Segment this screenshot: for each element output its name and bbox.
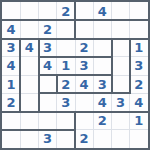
cell-r5c7[interactable] (112, 75, 130, 93)
cell-r6c6[interactable]: 4 (93, 93, 111, 111)
cell-r1c6[interactable]: 4 (93, 2, 111, 20)
cell-r4c1[interactable]: 4 (2, 57, 20, 75)
cell-r5c6[interactable]: 3 (93, 75, 111, 93)
cell-r2c6[interactable] (93, 20, 111, 38)
cell-r1c2[interactable] (20, 2, 38, 20)
cell-r2c8[interactable] (130, 20, 148, 38)
cell-r5c2[interactable] (20, 75, 38, 93)
cell-r6c7[interactable]: 3 (112, 93, 130, 111)
cell-r8c7[interactable] (112, 130, 130, 148)
cell-r4c8[interactable]: 3 (130, 57, 148, 75)
cell-r4c7[interactable] (112, 57, 130, 75)
cell-r2c2[interactable] (20, 20, 38, 38)
cell-r5c8[interactable]: 2 (130, 75, 148, 93)
cell-r8c5[interactable]: 2 (75, 130, 93, 148)
cell-r2c7[interactable] (112, 20, 130, 38)
cell-r6c8[interactable]: 4 (130, 93, 148, 111)
cell-r7c3[interactable] (39, 112, 57, 130)
cell-r4c6[interactable] (93, 57, 111, 75)
cell-r7c2[interactable] (20, 112, 38, 130)
cell-r3c4[interactable] (57, 39, 75, 57)
cell-r7c1[interactable] (2, 112, 20, 130)
cell-r6c5[interactable] (75, 93, 93, 111)
cell-r7c7[interactable] (112, 112, 130, 130)
cell-r7c4[interactable] (57, 112, 75, 130)
cell-r8c1[interactable] (2, 130, 20, 148)
cell-r7c5[interactable] (75, 112, 93, 130)
cell-r1c3[interactable] (39, 2, 57, 20)
cell-r8c3[interactable]: 3 (39, 130, 57, 148)
cell-r7c8[interactable]: 1 (130, 112, 148, 130)
cell-r5c4[interactable]: 2 (57, 75, 75, 93)
cell-r5c5[interactable]: 4 (75, 75, 93, 93)
cell-r6c3[interactable] (39, 93, 57, 111)
cell-r2c1[interactable]: 4 (2, 20, 20, 38)
cell-r1c1[interactable] (2, 2, 20, 20)
puzzle-screenshot: 2442343214413312432234342132 (0, 0, 150, 150)
cell-r3c8[interactable]: 1 (130, 39, 148, 57)
cell-r1c4[interactable]: 2 (57, 2, 75, 20)
cell-r6c4[interactable]: 3 (57, 93, 75, 111)
cell-r1c8[interactable] (130, 2, 148, 20)
cell-r8c4[interactable] (57, 130, 75, 148)
cell-r6c1[interactable]: 2 (2, 93, 20, 111)
cell-r5c1[interactable]: 1 (2, 75, 20, 93)
cell-r8c6[interactable] (93, 130, 111, 148)
cell-r6c2[interactable] (20, 93, 38, 111)
cell-r2c4[interactable] (57, 20, 75, 38)
cell-r4c3[interactable]: 4 (39, 57, 57, 75)
cell-r1c5[interactable] (75, 2, 93, 20)
cell-r4c5[interactable]: 3 (75, 57, 93, 75)
cell-r7c6[interactable]: 2 (93, 112, 111, 130)
cell-r1c7[interactable] (112, 2, 130, 20)
cell-r3c5[interactable]: 2 (75, 39, 93, 57)
cell-r3c7[interactable] (112, 39, 130, 57)
cell-r3c2[interactable]: 4 (20, 39, 38, 57)
cell-r8c8[interactable] (130, 130, 148, 148)
cell-r4c4[interactable]: 1 (57, 57, 75, 75)
cell-r8c2[interactable] (20, 130, 38, 148)
cell-r4c2[interactable] (20, 57, 38, 75)
cell-r3c3[interactable]: 3 (39, 39, 57, 57)
cell-r3c6[interactable] (93, 39, 111, 57)
cell-r5c3[interactable] (39, 75, 57, 93)
cell-r2c5[interactable] (75, 20, 93, 38)
cell-r3c1[interactable]: 3 (2, 39, 20, 57)
cell-r2c3[interactable]: 2 (39, 20, 57, 38)
puzzle-board: 2442343214413312432234342132 (0, 0, 150, 150)
